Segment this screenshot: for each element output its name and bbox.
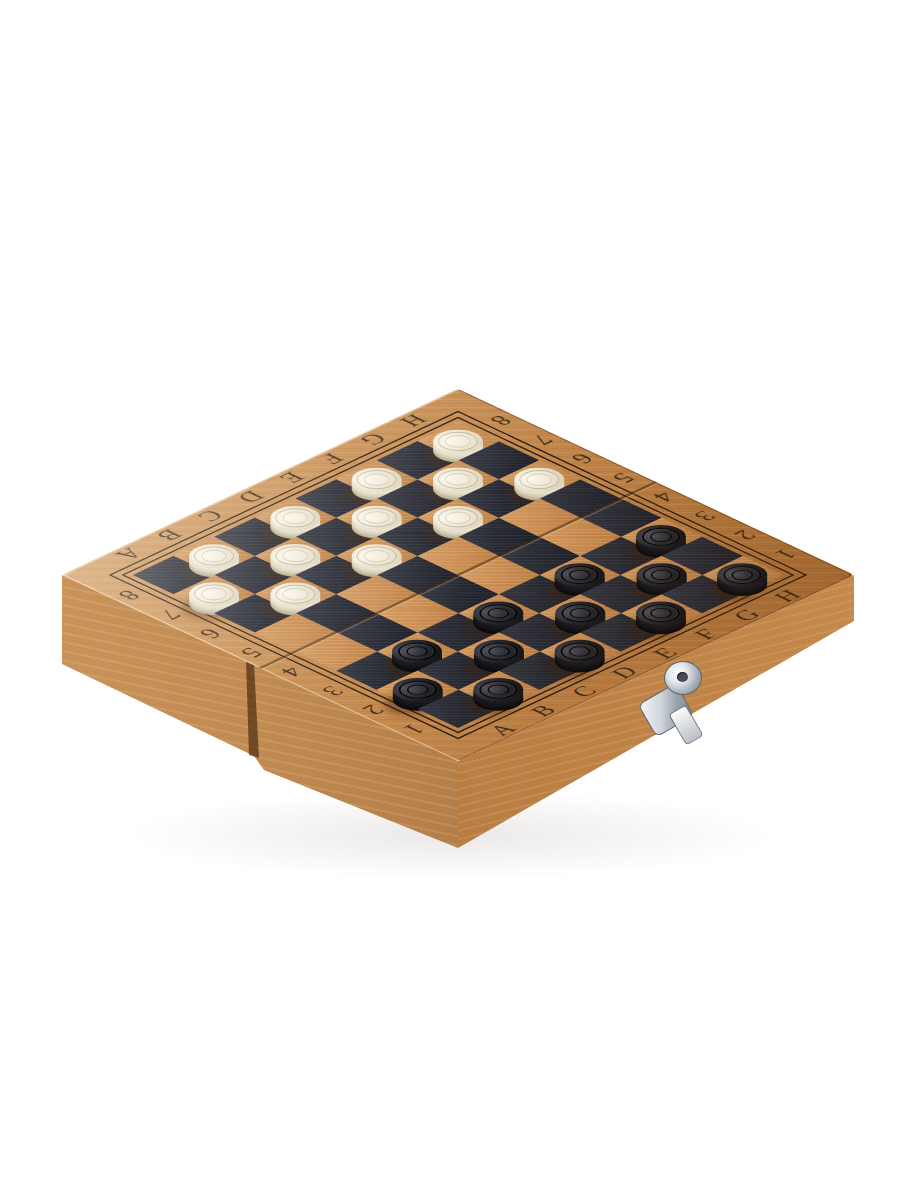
product-photo-stage: AA88BB77CC66DD55EE44FF33GG22HH11 [0, 0, 900, 1200]
clasp-keeper [668, 704, 703, 745]
clasp-latch [636, 655, 726, 755]
clasp-knob-icon [664, 661, 702, 695]
